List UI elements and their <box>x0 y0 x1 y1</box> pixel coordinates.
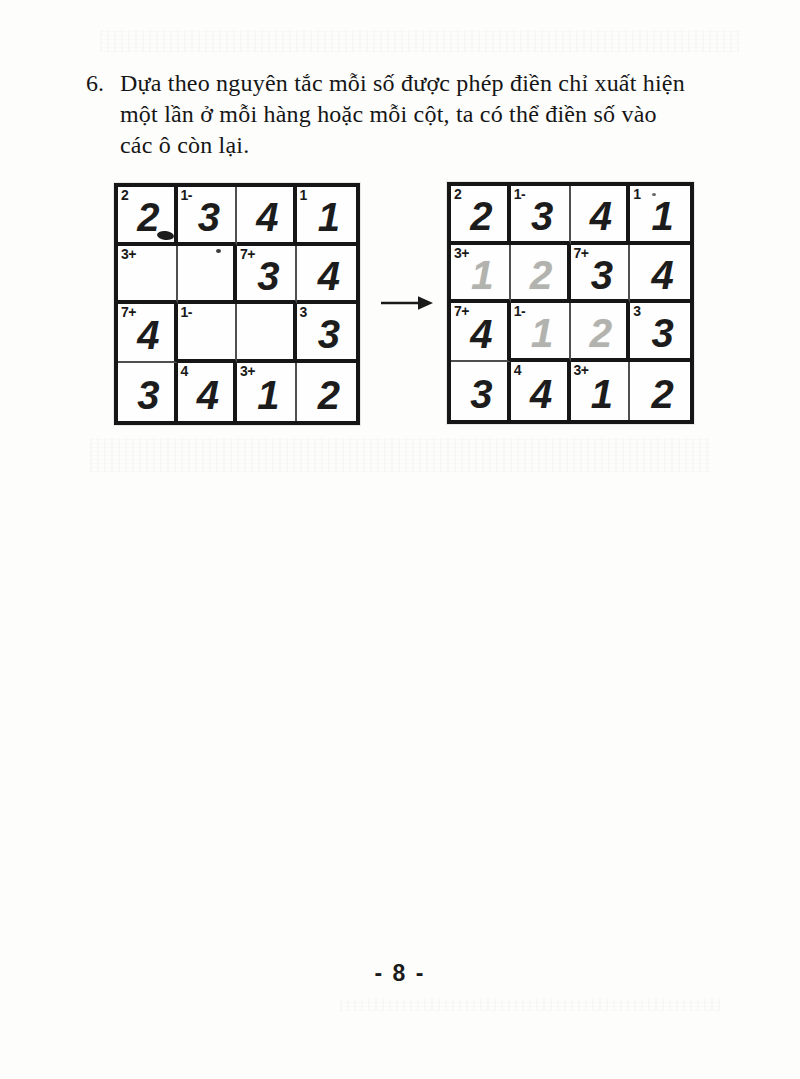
cage-clue: 3+ <box>574 362 589 378</box>
cell-r3c3: 2 <box>297 363 357 422</box>
cell-digit: 2 <box>297 363 357 422</box>
cell-r3c0: 3 <box>118 363 178 422</box>
cage-clue: 2 <box>454 186 461 202</box>
cell-r0c3: 11 <box>297 187 357 246</box>
problem-text: Dựa theo nguyên tắc mỗi số được phép điề… <box>120 68 746 161</box>
page-number: - 8 - <box>0 960 800 987</box>
cage-clue: 3 <box>300 304 307 320</box>
kenken-puzzle-grid: 221-34113+7+347+41-333443+12 <box>114 183 360 425</box>
problem-statement: 6. Dựa theo nguyên tắc mỗi số được phép … <box>86 68 746 161</box>
cage-clue: 2 <box>121 187 128 203</box>
cell-r3c0: 3 <box>451 362 511 421</box>
cell-r2c3: 33 <box>297 304 357 363</box>
cell-r0c1: 1-3 <box>511 186 571 245</box>
cell-digit: 2 <box>630 362 690 421</box>
cell-r0c3: 11 <box>630 186 690 245</box>
problem-line: các ô còn lại. <box>120 130 746 161</box>
cell-r2c1: 1- <box>178 304 238 363</box>
cell-digit: 3 <box>451 362 507 421</box>
cage-clue: 7+ <box>121 304 136 320</box>
cell-r0c2: 4 <box>571 186 631 245</box>
scan-noise-strip <box>90 438 710 472</box>
cell-digit: 2 <box>571 303 627 358</box>
cell-r1c0: 3+ <box>118 246 178 305</box>
cage-clue: 3+ <box>240 363 255 379</box>
cell-digit: 4 <box>571 186 627 241</box>
cage-clue: 3+ <box>121 246 136 262</box>
cell-r3c1: 44 <box>178 363 238 422</box>
cage-clue: 1- <box>181 304 192 320</box>
kenken-solution-grid: 221-34113+127+347+41-12333443+12 <box>447 182 694 424</box>
cell-digit: 2 <box>511 245 567 300</box>
cell-r0c0: 22 <box>118 187 178 246</box>
cell-digit <box>237 304 293 359</box>
cage-clue: 7+ <box>240 246 255 262</box>
cell-r2c1: 1-1 <box>511 303 571 362</box>
cell-r1c3: 4 <box>630 245 690 304</box>
cell-r2c0: 7+4 <box>451 303 511 362</box>
cage-clue: 7+ <box>454 303 469 319</box>
cell-r1c1: 2 <box>511 245 571 304</box>
cell-digit: 4 <box>237 187 293 242</box>
cage-clue: 1- <box>514 186 525 202</box>
scan-noise-strip <box>100 30 740 52</box>
cage-clue: 1- <box>514 303 525 319</box>
cell-r2c3: 33 <box>630 303 690 362</box>
cell-digit: 4 <box>297 246 357 301</box>
cage-clue: 7+ <box>574 245 589 261</box>
cell-r1c3: 4 <box>297 246 357 305</box>
cell-r0c1: 1-3 <box>178 187 238 246</box>
cell-r2c2 <box>237 304 297 363</box>
problem-number: 6. <box>86 68 120 99</box>
cell-r0c0: 22 <box>451 186 511 245</box>
scanned-book-page: 6. Dựa theo nguyên tắc mỗi số được phép … <box>0 0 800 1079</box>
cage-clue: 1 <box>633 186 640 202</box>
cell-digit: 3 <box>118 363 174 422</box>
problem-line: Dựa theo nguyên tắc mỗi số được phép điề… <box>120 68 746 99</box>
cell-r1c2: 7+3 <box>571 245 631 304</box>
cage-clue: 1 <box>300 187 307 203</box>
right-arrow-icon <box>381 294 433 312</box>
cell-r2c0: 7+4 <box>118 304 178 363</box>
cell-r3c2: 3+1 <box>571 362 631 421</box>
cell-r1c1 <box>178 246 238 305</box>
cell-r0c2: 4 <box>237 187 297 246</box>
cage-clue: 3 <box>633 303 640 319</box>
cage-clue: 3+ <box>454 245 469 261</box>
cell-r1c2: 7+3 <box>237 246 297 305</box>
cell-digit <box>178 246 234 301</box>
cell-r3c1: 44 <box>511 362 571 421</box>
cell-r2c2: 2 <box>571 303 631 362</box>
cage-clue: 4 <box>181 363 188 379</box>
cell-r1c0: 3+1 <box>451 245 511 304</box>
cage-clue: 1- <box>181 187 192 203</box>
scan-noise-strip <box>340 999 720 1011</box>
cell-r3c3: 2 <box>630 362 690 421</box>
cell-digit: 4 <box>630 245 690 300</box>
cage-clue: 4 <box>514 362 521 378</box>
problem-line: một lần ở mỗi hàng hoặc mỗi cột, ta có t… <box>120 99 746 130</box>
cell-r3c2: 3+1 <box>237 363 297 422</box>
